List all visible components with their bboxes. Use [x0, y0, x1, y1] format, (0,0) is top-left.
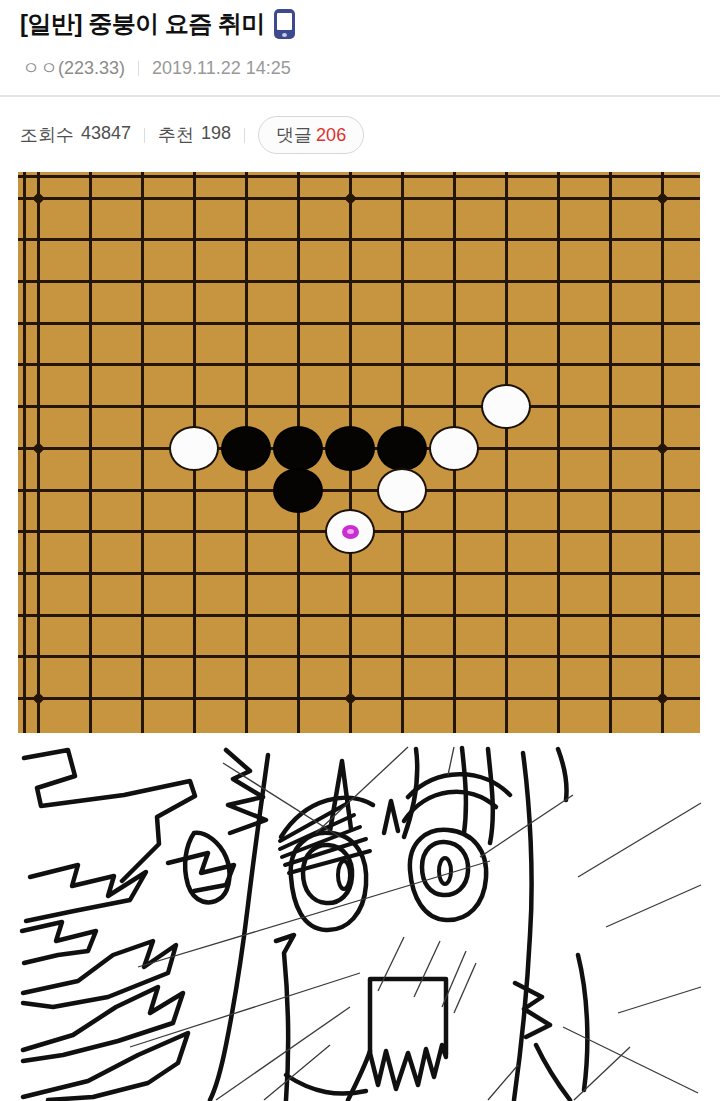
star-point: [656, 442, 669, 455]
like-count: 추천 198: [158, 123, 231, 147]
board-horizontal-line: [18, 322, 700, 325]
post-title: [일반] 중붕이 요즘 취미: [20, 8, 265, 40]
board-vertical-line: [557, 172, 560, 733]
board-vertical-line: [89, 172, 92, 733]
board-horizontal-line: [18, 197, 700, 200]
forum-post-page: [일반] 중붕이 요즘 취미 ㅇㅇ(223.33) 2019.11.22 14:…: [0, 0, 720, 1101]
separator: [138, 61, 139, 76]
board-horizontal-line: [18, 280, 700, 283]
star-point: [344, 192, 357, 205]
white-stone: [429, 426, 479, 471]
board-horizontal-line: [18, 655, 700, 658]
view-count: 조회수 43847: [20, 123, 131, 147]
star-point: [656, 192, 669, 205]
post-author: ㅇㅇ(223.33): [22, 56, 125, 80]
star-point: [656, 692, 669, 705]
header-divider: [0, 95, 720, 97]
separator: [144, 128, 145, 143]
board-horizontal-line: [18, 614, 700, 617]
board-horizontal-line: [18, 489, 700, 492]
last-move-mark: [342, 525, 359, 539]
black-stone: [221, 426, 271, 471]
white-stone: [377, 468, 427, 513]
board-horizontal-line: [18, 175, 700, 178]
board-vertical-line: [23, 172, 26, 733]
board-horizontal-line: [18, 697, 700, 700]
white-stone: [481, 384, 531, 429]
black-stone: [377, 426, 427, 471]
black-stone: [273, 426, 323, 471]
star-point: [32, 692, 45, 705]
board-vertical-line: [609, 172, 612, 733]
board-vertical-line: [505, 172, 508, 733]
board-horizontal-line: [18, 572, 700, 575]
mobile-phone-icon: [274, 9, 295, 39]
post-stats-row: 조회수 43847 추천 198 댓글 206: [20, 116, 364, 154]
post-date: 2019.11.22 14:25: [152, 58, 291, 79]
black-stone: [325, 426, 375, 471]
white-stone: [169, 426, 219, 471]
omok-board: [18, 172, 700, 733]
shocked-face-drawing: [18, 745, 702, 1101]
star-point: [32, 192, 45, 205]
black-stone: [273, 468, 323, 513]
board-horizontal-line: [18, 238, 700, 241]
comment-count: 206: [316, 125, 346, 146]
comment-count-button[interactable]: 댓글 206: [258, 116, 364, 154]
board-horizontal-line: [18, 363, 700, 366]
separator: [244, 128, 245, 143]
white-stone: [325, 509, 375, 554]
star-point: [32, 442, 45, 455]
board-vertical-line: [141, 172, 144, 733]
post-byline: ㅇㅇ(223.33) 2019.11.22 14:25: [22, 56, 291, 80]
board-horizontal-line: [18, 405, 700, 408]
post-title-row: [일반] 중붕이 요즘 취미: [20, 8, 295, 40]
star-point: [344, 692, 357, 705]
